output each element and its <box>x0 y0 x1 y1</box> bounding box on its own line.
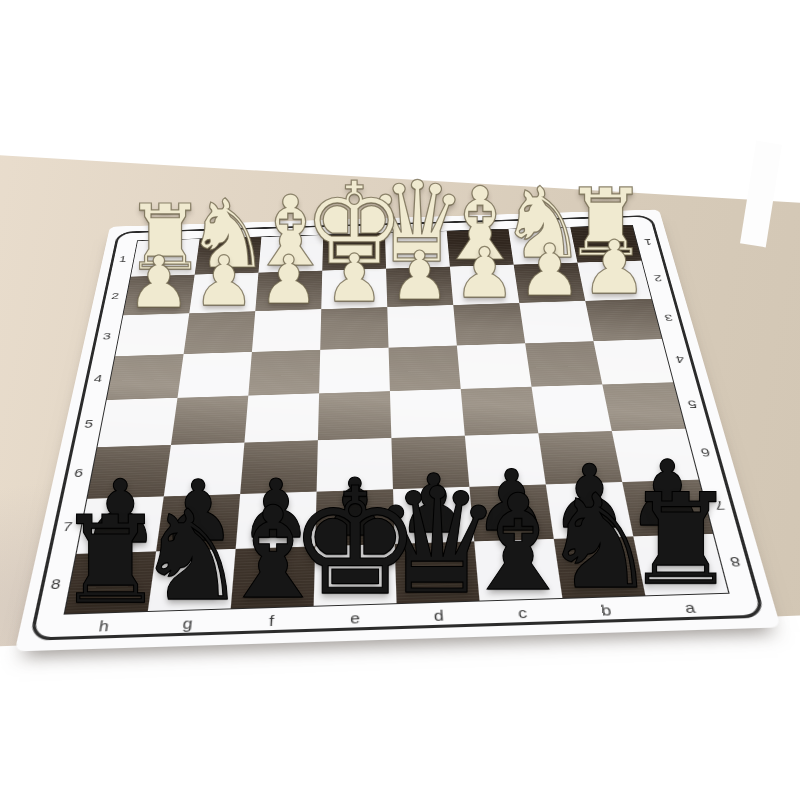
square-a2 <box>577 261 651 301</box>
square-h5 <box>97 398 177 448</box>
square-g8 <box>148 549 236 611</box>
square-h2 <box>123 275 194 315</box>
square-h8 <box>65 551 156 613</box>
square-a7 <box>622 479 713 536</box>
file-label-c: c <box>480 599 566 626</box>
square-f6 <box>240 440 318 493</box>
square-f5 <box>244 393 319 442</box>
square-d8 <box>395 541 480 603</box>
square-e6 <box>317 438 393 491</box>
square-f4 <box>248 350 320 396</box>
square-c1 <box>447 229 514 266</box>
square-c4 <box>457 343 532 389</box>
square-a6 <box>612 429 699 482</box>
square-b6 <box>538 431 622 484</box>
square-a8 <box>633 534 728 596</box>
file-label-b: b <box>563 596 651 623</box>
square-e5 <box>318 391 391 440</box>
square-b5 <box>532 384 612 433</box>
square-b1 <box>508 227 577 264</box>
square-e2 <box>321 269 387 309</box>
square-h7 <box>77 496 164 554</box>
square-d4 <box>389 345 461 391</box>
square-a1 <box>570 225 641 262</box>
square-g6 <box>164 443 245 496</box>
square-h3 <box>115 313 189 356</box>
square-c6 <box>465 433 546 486</box>
square-h4 <box>107 354 184 400</box>
square-d7 <box>393 486 474 543</box>
square-b8 <box>554 536 646 598</box>
file-label-e: e <box>313 604 397 631</box>
square-h6 <box>87 445 170 498</box>
square-d6 <box>391 436 469 489</box>
square-e7 <box>315 489 395 546</box>
square-c3 <box>453 303 525 346</box>
square-d5 <box>390 389 465 438</box>
square-a5 <box>602 382 685 431</box>
square-g5 <box>171 396 248 445</box>
square-c8 <box>474 539 562 601</box>
square-f3 <box>252 309 321 352</box>
square-c2 <box>450 265 519 305</box>
square-e3 <box>320 307 388 350</box>
square-b3 <box>519 301 593 344</box>
square-g4 <box>178 352 252 398</box>
square-h1 <box>131 239 200 277</box>
square-a4 <box>593 339 673 385</box>
square-b4 <box>525 341 602 387</box>
chessboard-grid <box>65 225 728 613</box>
file-label-d: d <box>397 602 482 629</box>
square-b2 <box>514 263 586 303</box>
square-c5 <box>461 387 539 436</box>
file-label-f: f <box>229 607 314 634</box>
chessboard-mat: 12345678 12345678 hgfedcba <box>15 209 781 651</box>
square-e4 <box>319 347 390 393</box>
square-a3 <box>585 298 662 341</box>
square-g1 <box>195 237 262 275</box>
square-g7 <box>156 494 240 552</box>
square-f1 <box>258 235 323 273</box>
square-f8 <box>231 546 315 608</box>
file-label-g: g <box>144 609 230 636</box>
file-label-h: h <box>60 612 148 639</box>
square-f7 <box>236 491 317 548</box>
square-f2 <box>255 271 322 311</box>
square-e8 <box>314 544 397 606</box>
square-b7 <box>546 482 634 539</box>
chess-set-photo: 12345678 12345678 hgfedcba ♜♞♝♛♚♝♞♜♟♟♟♟♟… <box>0 0 800 800</box>
square-c7 <box>469 484 553 541</box>
file-label-a: a <box>646 594 735 620</box>
square-d3 <box>387 305 457 348</box>
square-e1 <box>322 233 386 271</box>
square-g3 <box>184 311 256 354</box>
square-d1 <box>385 231 450 269</box>
square-g2 <box>189 273 258 313</box>
square-d2 <box>386 267 453 307</box>
